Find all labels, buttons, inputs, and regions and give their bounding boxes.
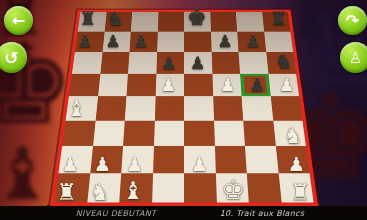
- square-f8[interactable]: [209, 12, 236, 32]
- square-e3[interactable]: [184, 121, 214, 147]
- square-c4[interactable]: [124, 97, 154, 121]
- square-g6[interactable]: [238, 52, 267, 74]
- square-c8[interactable]: [130, 12, 157, 32]
- redo-button[interactable]: ↷: [338, 6, 367, 35]
- white-pawn-h2[interactable]: ♟: [288, 155, 305, 174]
- white-king-f1[interactable]: ♚: [221, 177, 245, 204]
- square-g4[interactable]: [241, 97, 272, 121]
- black-pawn-a7[interactable]: ♟: [78, 33, 93, 50]
- white-pawn-d5[interactable]: ♟: [161, 77, 177, 95]
- square-b4[interactable]: [95, 97, 126, 121]
- square-b5[interactable]: [97, 74, 127, 97]
- white-pawn-f5[interactable]: ♟: [220, 77, 236, 95]
- white-knight-b1[interactable]: ♞: [90, 181, 111, 204]
- white-pawn-b2[interactable]: ♟: [94, 155, 111, 174]
- back-arrow-icon: ←: [12, 11, 25, 30]
- square-d3[interactable]: [153, 121, 183, 147]
- status-bar: NIVEAU DEBUTANT 10. Trait aux Blancs: [0, 206, 367, 220]
- square-g2[interactable]: [244, 147, 277, 174]
- white-pawn-c2[interactable]: ♟: [126, 155, 143, 174]
- white-bishop-a4[interactable]: ♝: [67, 98, 87, 120]
- white-bishop-c1[interactable]: ♝: [122, 180, 143, 204]
- black-pawn-b7[interactable]: ♟: [106, 33, 121, 50]
- square-g1[interactable]: [246, 174, 280, 203]
- black-king-e8[interactable]: ♚: [187, 7, 207, 29]
- chess-app-screen: ♜ ♚ ♝ ♛ ♚ ♝ ♜♞♚♜♟♟♟♟♟♟♟♞♟♟♟♟♝♞♟♟♟♟♟♜♞♝♚♜…: [0, 0, 367, 220]
- white-knight-h3[interactable]: ♞: [283, 125, 302, 147]
- square-f4[interactable]: [212, 97, 242, 121]
- black-pawn-c7[interactable]: ♟: [134, 33, 149, 50]
- black-pawn-e6[interactable]: ♟: [190, 55, 205, 72]
- square-f6[interactable]: [211, 52, 240, 74]
- black-knight-h6[interactable]: ♞: [275, 52, 293, 72]
- square-c3[interactable]: [123, 121, 154, 147]
- square-e4[interactable]: [184, 97, 214, 121]
- square-c6[interactable]: [127, 52, 156, 74]
- black-pawn-d6[interactable]: ♟: [161, 55, 176, 72]
- square-e7[interactable]: [184, 32, 211, 53]
- square-d1[interactable]: [151, 174, 183, 203]
- square-a6[interactable]: [71, 52, 101, 74]
- square-d2[interactable]: [152, 147, 183, 174]
- square-g3[interactable]: [243, 121, 275, 147]
- square-e1[interactable]: [184, 174, 216, 203]
- black-pawn-g7[interactable]: ♟: [246, 33, 261, 50]
- square-e5[interactable]: [184, 74, 213, 97]
- move-turn-label: 10. Trait aux Blancs: [220, 209, 305, 218]
- square-g8[interactable]: [235, 12, 263, 32]
- white-rook-h1[interactable]: ♜: [290, 181, 311, 204]
- square-d4[interactable]: [154, 97, 184, 121]
- hint-pawn-icon: ♙: [349, 49, 362, 67]
- white-pawn-a2[interactable]: ♟: [61, 155, 78, 174]
- square-b6[interactable]: [99, 52, 128, 74]
- black-pawn-g5[interactable]: ♟: [249, 77, 265, 95]
- square-f3[interactable]: [213, 121, 244, 147]
- black-knight-b8[interactable]: ♞: [107, 10, 124, 29]
- square-d8[interactable]: [157, 12, 184, 32]
- difficulty-level-label: NIVEAU DEBUTANT: [76, 209, 156, 218]
- square-h4[interactable]: [270, 97, 302, 121]
- redo-curved-arrow-icon: ↷: [346, 11, 359, 30]
- black-rook-h8[interactable]: ♜: [270, 10, 287, 29]
- back-button[interactable]: ←: [4, 6, 33, 35]
- white-rook-a1[interactable]: ♜: [56, 181, 77, 204]
- black-pawn-f7[interactable]: ♟: [218, 33, 233, 50]
- square-d7[interactable]: [156, 32, 183, 53]
- restart-circular-arrow-icon: ↺: [4, 48, 18, 68]
- square-a5[interactable]: [68, 74, 99, 97]
- hint-button[interactable]: ♙: [340, 42, 367, 73]
- square-a3[interactable]: [62, 121, 95, 147]
- square-f2[interactable]: [214, 147, 246, 174]
- white-pawn-e2[interactable]: ♟: [191, 155, 208, 174]
- square-b3[interactable]: [92, 121, 124, 147]
- black-rook-a8[interactable]: ♜: [79, 10, 96, 29]
- square-c5[interactable]: [126, 74, 156, 97]
- white-pawn-h5[interactable]: ♟: [279, 77, 295, 95]
